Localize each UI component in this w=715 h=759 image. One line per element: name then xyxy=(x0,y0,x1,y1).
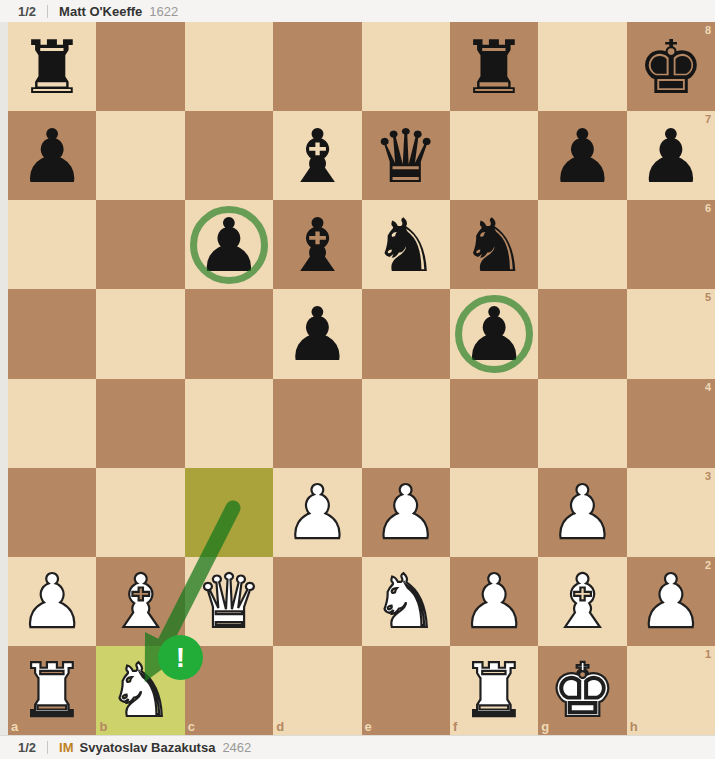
piece-white-pawn-e3[interactable]: ♟ xyxy=(362,468,450,557)
bottom-player-rating: 2462 xyxy=(222,740,251,755)
square-a8[interactable]: ♜ xyxy=(8,22,96,111)
piece-black-pawn-c6[interactable]: ♟ xyxy=(185,200,273,289)
square-c8[interactable] xyxy=(185,22,273,111)
square-g7[interactable]: ♟ xyxy=(538,111,626,200)
square-f1[interactable]: f♜ xyxy=(450,646,538,735)
bottom-player-title: IM xyxy=(59,740,73,755)
bar-divider xyxy=(47,741,48,754)
piece-white-bishop-b2[interactable]: ♝ xyxy=(96,557,184,646)
rank-label-6: 6 xyxy=(705,202,711,214)
piece-white-pawn-g3[interactable]: ♟ xyxy=(538,468,626,557)
square-c7[interactable] xyxy=(185,111,273,200)
piece-black-pawn-a7[interactable]: ♟ xyxy=(8,111,96,200)
bar-divider xyxy=(47,5,48,18)
rank-label-5: 5 xyxy=(705,291,711,303)
piece-white-knight-e2[interactable]: ♞ xyxy=(362,557,450,646)
piece-black-pawn-h7[interactable]: ♟ xyxy=(627,111,715,200)
piece-black-bishop-d6[interactable]: ♝ xyxy=(273,200,361,289)
file-label-h: h xyxy=(630,719,638,734)
square-f3[interactable] xyxy=(450,468,538,557)
square-d7[interactable]: ♝ xyxy=(273,111,361,200)
square-g5[interactable] xyxy=(538,289,626,378)
square-d1[interactable]: d xyxy=(273,646,361,735)
square-a6[interactable] xyxy=(8,200,96,289)
piece-black-pawn-d5[interactable]: ♟ xyxy=(273,289,361,378)
square-g4[interactable] xyxy=(538,379,626,468)
top-player-rating: 1622 xyxy=(149,4,178,19)
bottom-player-name[interactable]: Svyatoslav Bazakutsa xyxy=(80,740,216,755)
square-e7[interactable]: ♛ xyxy=(362,111,450,200)
piece-white-knight-b1[interactable]: ♞ xyxy=(96,646,184,735)
rank-label-3: 3 xyxy=(705,470,711,482)
square-a4[interactable] xyxy=(8,379,96,468)
piece-black-knight-f6[interactable]: ♞ xyxy=(450,200,538,289)
square-f5[interactable]: ♟ xyxy=(450,289,538,378)
piece-black-queen-e7[interactable]: ♛ xyxy=(362,111,450,200)
square-f6[interactable]: ♞ xyxy=(450,200,538,289)
rank-label-1: 1 xyxy=(705,648,711,660)
square-a2[interactable]: ♟ xyxy=(8,557,96,646)
square-c1[interactable]: c xyxy=(185,646,273,735)
square-d2[interactable] xyxy=(273,557,361,646)
square-e3[interactable]: ♟ xyxy=(362,468,450,557)
square-a5[interactable] xyxy=(8,289,96,378)
square-h6[interactable]: 6 xyxy=(627,200,715,289)
square-d6[interactable]: ♝ xyxy=(273,200,361,289)
piece-white-pawn-d3[interactable]: ♟ xyxy=(273,468,361,557)
square-b6[interactable] xyxy=(96,200,184,289)
piece-white-rook-a1[interactable]: ♜ xyxy=(8,646,96,735)
square-b5[interactable] xyxy=(96,289,184,378)
square-b1[interactable]: b♞ xyxy=(96,646,184,735)
file-label-d: d xyxy=(276,719,284,734)
square-g1[interactable]: g♚ xyxy=(538,646,626,735)
square-d5[interactable]: ♟ xyxy=(273,289,361,378)
square-h3[interactable]: 3 xyxy=(627,468,715,557)
piece-black-knight-e6[interactable]: ♞ xyxy=(362,200,450,289)
square-d3[interactable]: ♟ xyxy=(273,468,361,557)
square-e6[interactable]: ♞ xyxy=(362,200,450,289)
square-d4[interactable] xyxy=(273,379,361,468)
square-e1[interactable]: e xyxy=(362,646,450,735)
piece-black-bishop-d7[interactable]: ♝ xyxy=(273,111,361,200)
square-g6[interactable] xyxy=(538,200,626,289)
square-h2[interactable]: 2♟ xyxy=(627,557,715,646)
top-player-name[interactable]: Matt O'Keeffe xyxy=(59,4,142,19)
square-g3[interactable]: ♟ xyxy=(538,468,626,557)
piece-black-rook-a8[interactable]: ♜ xyxy=(8,22,96,111)
piece-white-bishop-g2[interactable]: ♝ xyxy=(538,557,626,646)
square-b3[interactable] xyxy=(96,468,184,557)
piece-white-pawn-f2[interactable]: ♟ xyxy=(450,557,538,646)
bottom-player-score: 1/2 xyxy=(18,740,36,755)
square-c2[interactable]: ♛ xyxy=(185,557,273,646)
piece-white-queen-c2[interactable]: ♛ xyxy=(185,557,273,646)
square-f2[interactable]: ♟ xyxy=(450,557,538,646)
square-h4[interactable]: 4 xyxy=(627,379,715,468)
square-g8[interactable] xyxy=(538,22,626,111)
square-f8[interactable]: ♜ xyxy=(450,22,538,111)
square-c3[interactable] xyxy=(185,468,273,557)
square-h5[interactable]: 5 xyxy=(627,289,715,378)
square-b4[interactable] xyxy=(96,379,184,468)
top-player-bar: 1/2 Matt O'Keeffe 1622 xyxy=(0,0,715,22)
square-e5[interactable] xyxy=(362,289,450,378)
square-a1[interactable]: a♜ xyxy=(8,646,96,735)
square-b2[interactable]: ♝ xyxy=(96,557,184,646)
square-g2[interactable]: ♝ xyxy=(538,557,626,646)
square-e4[interactable] xyxy=(362,379,450,468)
piece-white-pawn-h2[interactable]: ♟ xyxy=(627,557,715,646)
square-h7[interactable]: 7♟ xyxy=(627,111,715,200)
file-label-c: c xyxy=(188,719,195,734)
square-e2[interactable]: ♞ xyxy=(362,557,450,646)
square-b7[interactable] xyxy=(96,111,184,200)
file-label-e: e xyxy=(365,719,372,734)
piece-white-pawn-a2[interactable]: ♟ xyxy=(8,557,96,646)
square-e8[interactable] xyxy=(362,22,450,111)
piece-black-king-h8[interactable]: ♚ xyxy=(627,22,715,111)
rank-label-4: 4 xyxy=(705,381,711,393)
square-h8[interactable]: 8♚ xyxy=(627,22,715,111)
square-c5[interactable] xyxy=(185,289,273,378)
square-a3[interactable] xyxy=(8,468,96,557)
piece-white-king-g1[interactable]: ♚ xyxy=(538,646,626,735)
square-c6[interactable]: ♟ xyxy=(185,200,273,289)
square-a7[interactable]: ♟ xyxy=(8,111,96,200)
square-h1[interactable]: h1 xyxy=(627,646,715,735)
square-b8[interactable] xyxy=(96,22,184,111)
square-d8[interactable] xyxy=(273,22,361,111)
top-player-score: 1/2 xyxy=(18,4,36,19)
chess-board[interactable]: ♜♜8♚♟♝♛♟7♟♟♝♞♞6♟♟54♟♟♟3♟♝♛♞♟♝2♟a♜b♞cdef♜… xyxy=(8,22,715,735)
piece-black-pawn-f5[interactable]: ♟ xyxy=(450,289,538,378)
square-c4[interactable] xyxy=(185,379,273,468)
piece-white-rook-f1[interactable]: ♜ xyxy=(450,646,538,735)
piece-black-rook-f8[interactable]: ♜ xyxy=(450,22,538,111)
piece-black-pawn-g7[interactable]: ♟ xyxy=(538,111,626,200)
square-f4[interactable] xyxy=(450,379,538,468)
square-f7[interactable] xyxy=(450,111,538,200)
bottom-player-bar: 1/2 IM Svyatoslav Bazakutsa 2462 xyxy=(0,735,715,759)
